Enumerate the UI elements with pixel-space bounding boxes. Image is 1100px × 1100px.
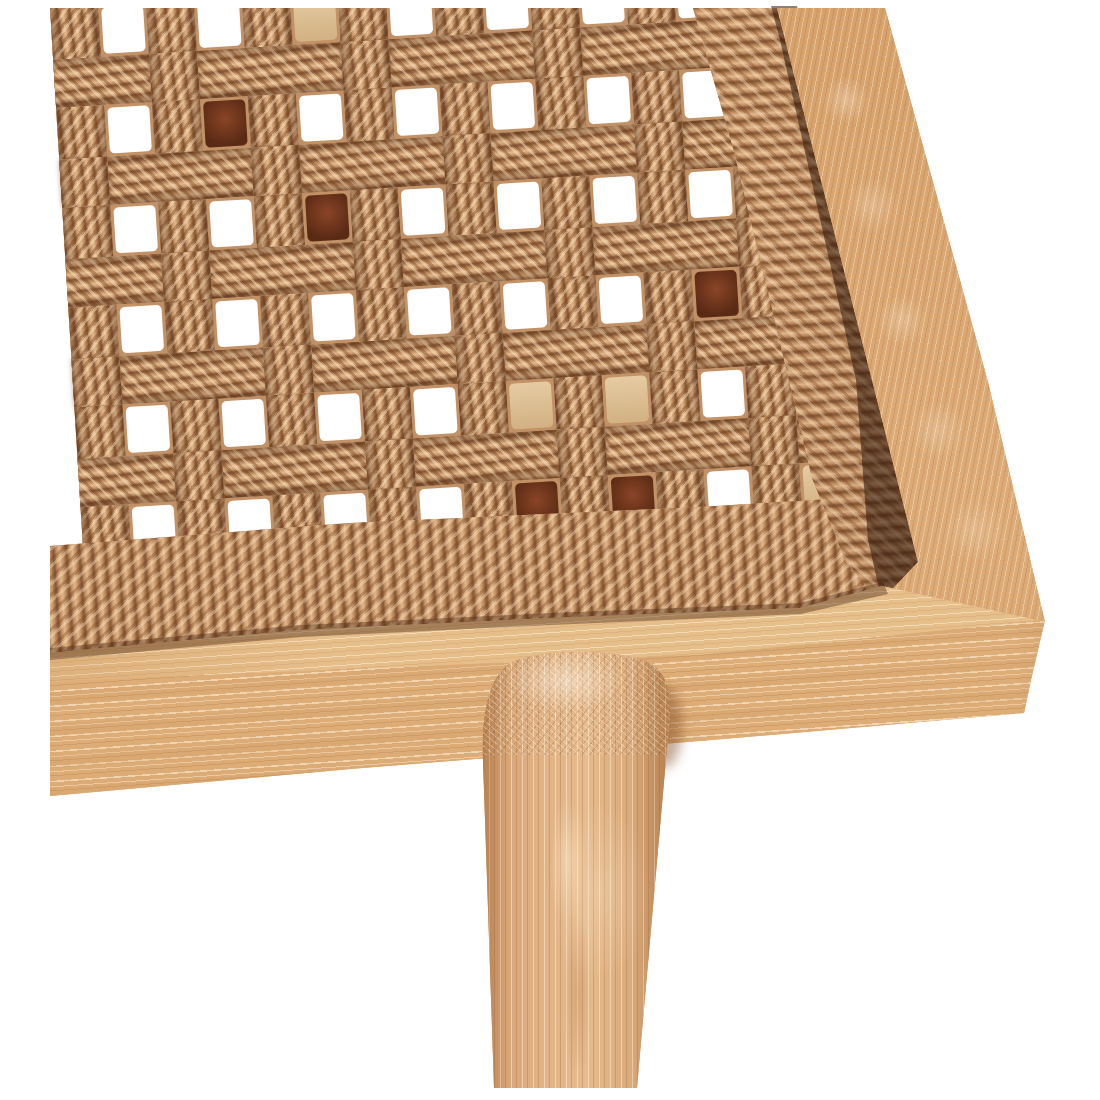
weave-hole bbox=[605, 375, 650, 423]
weave-hole bbox=[490, 82, 535, 130]
weave-hole bbox=[299, 93, 344, 141]
weave-over-crossing bbox=[161, 251, 212, 302]
weave-hole bbox=[497, 182, 542, 230]
weave-over-crossing bbox=[59, 157, 110, 208]
weave-hole bbox=[592, 176, 637, 224]
weave-hole bbox=[113, 205, 158, 253]
weave-over-crossing bbox=[455, 333, 506, 384]
weave-hole bbox=[293, 0, 338, 42]
weave-hole bbox=[119, 305, 164, 353]
weave-hole bbox=[107, 105, 152, 153]
weave-hole bbox=[197, 0, 242, 48]
weave-hole bbox=[413, 387, 458, 435]
weave-hole bbox=[688, 170, 733, 218]
weave-hole bbox=[580, 0, 625, 24]
weave-hole bbox=[586, 76, 631, 124]
weave-hole bbox=[401, 187, 446, 235]
weave-over-crossing bbox=[557, 427, 608, 478]
weave-hole bbox=[215, 299, 260, 347]
weave-over-crossing bbox=[646, 321, 697, 372]
weave-hole bbox=[203, 99, 248, 147]
weave-over-crossing bbox=[748, 415, 799, 466]
weave-over-crossing bbox=[71, 356, 122, 407]
weave-hole bbox=[395, 88, 440, 136]
product-photo-canvas bbox=[0, 0, 1100, 1100]
weave-hole bbox=[305, 193, 350, 241]
tapered-round-leg bbox=[478, 650, 674, 1088]
weave-over-crossing bbox=[149, 51, 200, 102]
weave-over-crossing bbox=[634, 122, 685, 173]
weave-hole bbox=[407, 287, 452, 335]
weave-hole bbox=[311, 293, 356, 341]
wood-knot-speck bbox=[799, 111, 804, 117]
weave-over-crossing bbox=[443, 133, 494, 184]
weave-over-crossing bbox=[341, 39, 392, 90]
leg-cathedral-grain bbox=[513, 770, 621, 1070]
weave-hole bbox=[101, 5, 146, 53]
weave-hole bbox=[209, 199, 254, 247]
weave-over-crossing bbox=[173, 450, 224, 501]
weave-hole bbox=[868, 0, 913, 7]
weave-hole bbox=[389, 0, 434, 36]
weave-over-crossing bbox=[263, 345, 314, 396]
weave-hole bbox=[484, 0, 529, 30]
weave-over-crossing bbox=[353, 239, 404, 290]
weave-hole bbox=[126, 405, 171, 453]
weave-over-crossing bbox=[251, 145, 302, 196]
weave-hole bbox=[599, 275, 644, 323]
leg-top-sheen bbox=[478, 650, 674, 755]
weave-hole bbox=[700, 369, 745, 417]
weave-over-crossing bbox=[365, 439, 416, 490]
weave-over-crossing bbox=[544, 227, 595, 278]
weave-hole bbox=[509, 381, 554, 429]
weave-hole bbox=[221, 399, 266, 447]
weave-hole bbox=[694, 270, 739, 318]
weave-hole bbox=[503, 281, 548, 329]
weave-hole bbox=[317, 393, 362, 441]
weave-over-crossing bbox=[532, 28, 583, 79]
